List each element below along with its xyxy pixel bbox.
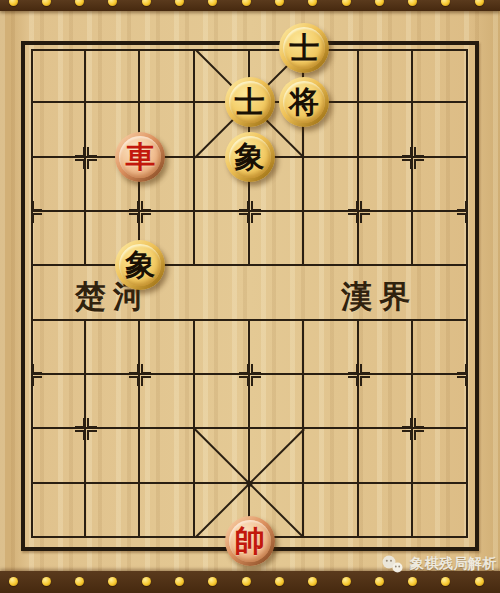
board-cell[interactable] bbox=[86, 375, 141, 429]
piece-glyph: 将 bbox=[289, 87, 319, 117]
board-cell[interactable] bbox=[413, 212, 468, 266]
stud-icon bbox=[208, 577, 217, 586]
stud-icon bbox=[375, 577, 384, 586]
board-cell[interactable] bbox=[195, 266, 250, 320]
stud-icon bbox=[375, 0, 384, 6]
board-cell[interactable] bbox=[304, 321, 359, 375]
piece-glyph: 帥 bbox=[235, 526, 265, 556]
board-cell[interactable] bbox=[413, 158, 468, 212]
black-advisor[interactable]: 士 bbox=[279, 23, 329, 73]
stud-icon bbox=[108, 0, 117, 6]
stud-icon bbox=[342, 0, 351, 6]
board-cell[interactable] bbox=[413, 484, 468, 538]
board-cell[interactable] bbox=[86, 484, 141, 538]
board-cell[interactable] bbox=[195, 212, 250, 266]
board-cell[interactable] bbox=[140, 375, 195, 429]
board-cell[interactable] bbox=[250, 321, 305, 375]
board-cell[interactable] bbox=[359, 49, 414, 103]
piece-face: 将 bbox=[283, 81, 325, 123]
stud-icon bbox=[308, 0, 317, 6]
stud-icon bbox=[475, 577, 484, 586]
stud-icon bbox=[75, 577, 84, 586]
board-cell[interactable] bbox=[359, 212, 414, 266]
piece-face: 士 bbox=[229, 81, 271, 123]
board-cell[interactable] bbox=[31, 375, 86, 429]
board-cell[interactable] bbox=[86, 321, 141, 375]
stud-icon bbox=[9, 577, 18, 586]
board-cell[interactable] bbox=[140, 429, 195, 483]
stud-icon bbox=[142, 0, 151, 6]
stud-icon bbox=[408, 0, 417, 6]
piece-face: 帥 bbox=[229, 520, 271, 562]
board-cell[interactable] bbox=[304, 429, 359, 483]
board-cell[interactable] bbox=[31, 158, 86, 212]
board-cell[interactable] bbox=[413, 103, 468, 157]
board-cell[interactable] bbox=[31, 49, 86, 103]
piece-face: 象 bbox=[119, 244, 161, 286]
board-cell[interactable] bbox=[31, 484, 86, 538]
board-cell[interactable] bbox=[304, 212, 359, 266]
board-cell[interactable] bbox=[86, 429, 141, 483]
board-cell[interactable] bbox=[413, 321, 468, 375]
stud-icon bbox=[342, 577, 351, 586]
xiangqi-app: 楚河 漢界 士士将象車象帥 象棋残局解析 bbox=[0, 0, 500, 593]
board-cell[interactable] bbox=[195, 321, 250, 375]
board-cell[interactable] bbox=[31, 321, 86, 375]
board-cell[interactable] bbox=[304, 158, 359, 212]
board-cell[interactable] bbox=[31, 103, 86, 157]
stud-icon bbox=[42, 577, 51, 586]
stud-icon bbox=[175, 0, 184, 6]
stud-icon bbox=[441, 577, 450, 586]
stud-icon bbox=[142, 577, 151, 586]
stud-icon bbox=[242, 577, 251, 586]
watermark: 象棋残局解析 bbox=[381, 553, 497, 575]
stud-icon bbox=[175, 577, 184, 586]
board-cell[interactable] bbox=[304, 375, 359, 429]
piece-glyph: 象 bbox=[235, 142, 265, 172]
board-cell[interactable] bbox=[359, 103, 414, 157]
frame-top bbox=[0, 0, 500, 11]
piece-glyph: 車 bbox=[125, 142, 155, 172]
stud-icon bbox=[208, 0, 217, 6]
black-elephant[interactable]: 象 bbox=[225, 132, 275, 182]
board-cell[interactable] bbox=[250, 429, 305, 483]
wechat-icon bbox=[381, 555, 405, 574]
board-cell[interactable] bbox=[195, 375, 250, 429]
piece-glyph: 士 bbox=[235, 87, 265, 117]
board-cell[interactable] bbox=[359, 158, 414, 212]
black-elephant[interactable]: 象 bbox=[115, 240, 165, 290]
red-chariot[interactable]: 車 bbox=[115, 132, 165, 182]
board-cell[interactable] bbox=[31, 429, 86, 483]
piece-face: 象 bbox=[229, 136, 271, 178]
board-cell[interactable] bbox=[250, 266, 305, 320]
board-cell[interactable] bbox=[195, 429, 250, 483]
stud-icon bbox=[308, 577, 317, 586]
board-cell[interactable] bbox=[304, 484, 359, 538]
river-label-right: 漢界 bbox=[341, 279, 417, 313]
stud-icon bbox=[242, 0, 251, 6]
board-cell[interactable] bbox=[413, 266, 468, 320]
stud-icon bbox=[75, 0, 84, 6]
piece-face: 車 bbox=[119, 136, 161, 178]
board-cell[interactable] bbox=[140, 49, 195, 103]
piece-glyph: 象 bbox=[125, 250, 155, 280]
board-cell[interactable] bbox=[359, 321, 414, 375]
board-cell[interactable] bbox=[250, 212, 305, 266]
black-general[interactable]: 将 bbox=[279, 77, 329, 127]
stud-icon bbox=[475, 0, 484, 6]
black-advisor[interactable]: 士 bbox=[225, 77, 275, 127]
board-cell[interactable] bbox=[413, 49, 468, 103]
board-cell[interactable] bbox=[140, 321, 195, 375]
stud-icon bbox=[441, 0, 450, 6]
board-cell[interactable] bbox=[359, 484, 414, 538]
board-cell[interactable] bbox=[31, 212, 86, 266]
stud-icon bbox=[42, 0, 51, 6]
stud-icon bbox=[275, 577, 284, 586]
stud-icon bbox=[275, 0, 284, 6]
board-cell[interactable] bbox=[359, 429, 414, 483]
board-cell[interactable] bbox=[86, 49, 141, 103]
red-general[interactable]: 帥 bbox=[225, 516, 275, 566]
piece-face: 士 bbox=[283, 27, 325, 69]
piece-glyph: 士 bbox=[289, 33, 319, 63]
stud-icon bbox=[408, 577, 417, 586]
board-cell[interactable] bbox=[250, 375, 305, 429]
board-cell[interactable] bbox=[413, 375, 468, 429]
stud-icon bbox=[9, 0, 18, 6]
board-cell[interactable] bbox=[413, 429, 468, 483]
board-cell[interactable] bbox=[359, 375, 414, 429]
stud-icon bbox=[108, 577, 117, 586]
board-cell[interactable] bbox=[140, 484, 195, 538]
watermark-text: 象棋残局解析 bbox=[410, 555, 497, 573]
